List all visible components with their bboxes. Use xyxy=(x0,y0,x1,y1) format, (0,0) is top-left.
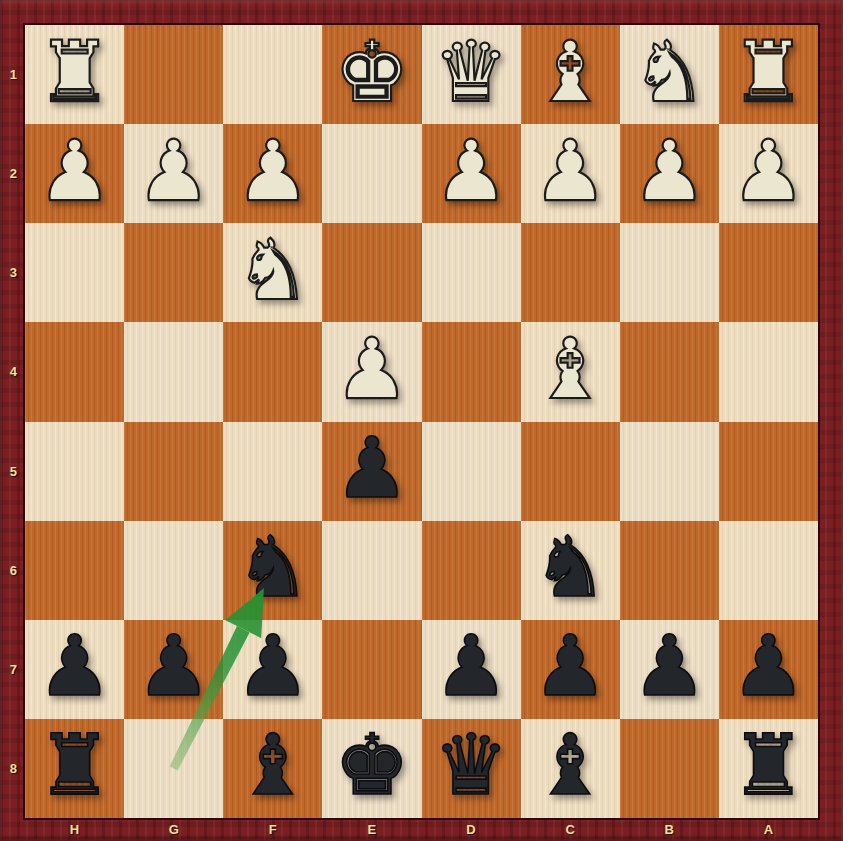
square-g3[interactable] xyxy=(124,223,223,322)
rank-label-7: 7 xyxy=(0,620,22,719)
white-rook[interactable]: ♜ xyxy=(731,30,806,114)
black-knight[interactable]: ♞ xyxy=(235,525,310,609)
square-d2[interactable]: ♟ xyxy=(422,124,521,223)
square-b8[interactable] xyxy=(620,719,719,818)
square-a6[interactable] xyxy=(719,521,818,620)
square-f5[interactable] xyxy=(223,422,322,521)
chess-board: ♜♚♛♝♞♜♟♟♟♟♟♟♟♞♟♝♟♞♞♟♟♟♟♟♟♟♜♝♚♛♝♜ xyxy=(25,25,818,818)
black-rook[interactable]: ♜ xyxy=(731,723,806,807)
rank-label-1: 1 xyxy=(0,25,22,124)
square-d7[interactable]: ♟ xyxy=(422,620,521,719)
rank-label-3: 3 xyxy=(0,223,22,322)
black-king[interactable]: ♚ xyxy=(334,723,409,807)
square-b7[interactable]: ♟ xyxy=(620,620,719,719)
square-a7[interactable]: ♟ xyxy=(719,620,818,719)
square-f6[interactable]: ♞ xyxy=(223,521,322,620)
black-pawn[interactable]: ♟ xyxy=(334,426,409,510)
square-b2[interactable]: ♟ xyxy=(620,124,719,223)
file-label-b: B xyxy=(620,818,719,841)
white-pawn[interactable]: ♟ xyxy=(533,129,608,213)
square-e7[interactable] xyxy=(322,620,421,719)
black-pawn[interactable]: ♟ xyxy=(37,624,112,708)
square-a8[interactable]: ♜ xyxy=(719,719,818,818)
square-e3[interactable] xyxy=(322,223,421,322)
rank-label-6: 6 xyxy=(0,521,22,620)
file-label-c: C xyxy=(521,818,620,841)
board-frame: ♜♚♛♝♞♜♟♟♟♟♟♟♟♞♟♝♟♞♞♟♟♟♟♟♟♟♜♝♚♛♝♜ 1234567… xyxy=(0,0,843,841)
square-a5[interactable] xyxy=(719,422,818,521)
black-pawn[interactable]: ♟ xyxy=(235,624,310,708)
file-labels: HGFEDCBA xyxy=(25,818,818,841)
square-b6[interactable] xyxy=(620,521,719,620)
rank-label-8: 8 xyxy=(0,719,22,818)
square-f8[interactable]: ♝ xyxy=(223,719,322,818)
square-h7[interactable]: ♟ xyxy=(25,620,124,719)
square-e5[interactable]: ♟ xyxy=(322,422,421,521)
square-d1[interactable]: ♛ xyxy=(422,25,521,124)
white-pawn[interactable]: ♟ xyxy=(433,129,508,213)
square-f2[interactable]: ♟ xyxy=(223,124,322,223)
square-c1[interactable]: ♝ xyxy=(521,25,620,124)
square-g6[interactable] xyxy=(124,521,223,620)
square-c2[interactable]: ♟ xyxy=(521,124,620,223)
file-label-e: E xyxy=(322,818,421,841)
square-g2[interactable]: ♟ xyxy=(124,124,223,223)
black-rook[interactable]: ♜ xyxy=(37,723,112,807)
square-d5[interactable] xyxy=(422,422,521,521)
white-rook[interactable]: ♜ xyxy=(37,30,112,114)
white-pawn[interactable]: ♟ xyxy=(235,129,310,213)
square-b4[interactable] xyxy=(620,322,719,421)
black-bishop[interactable]: ♝ xyxy=(235,723,310,807)
black-pawn[interactable]: ♟ xyxy=(533,624,608,708)
black-pawn[interactable]: ♟ xyxy=(136,624,211,708)
file-label-h: H xyxy=(25,818,124,841)
rank-label-5: 5 xyxy=(0,422,22,521)
square-c8[interactable]: ♝ xyxy=(521,719,620,818)
square-h5[interactable] xyxy=(25,422,124,521)
white-bishop[interactable]: ♝ xyxy=(533,30,608,114)
square-f7[interactable]: ♟ xyxy=(223,620,322,719)
white-pawn[interactable]: ♟ xyxy=(136,129,211,213)
square-g8[interactable] xyxy=(124,719,223,818)
white-bishop[interactable]: ♝ xyxy=(533,327,608,411)
square-f3[interactable]: ♞ xyxy=(223,223,322,322)
square-h3[interactable] xyxy=(25,223,124,322)
square-h1[interactable]: ♜ xyxy=(25,25,124,124)
square-h8[interactable]: ♜ xyxy=(25,719,124,818)
square-e8[interactable]: ♚ xyxy=(322,719,421,818)
white-knight[interactable]: ♞ xyxy=(235,228,310,312)
black-queen[interactable]: ♛ xyxy=(433,723,508,807)
square-c3[interactable] xyxy=(521,223,620,322)
rank-label-2: 2 xyxy=(0,124,22,223)
square-d4[interactable] xyxy=(422,322,521,421)
square-c5[interactable] xyxy=(521,422,620,521)
square-g5[interactable] xyxy=(124,422,223,521)
white-pawn[interactable]: ♟ xyxy=(632,129,707,213)
black-knight[interactable]: ♞ xyxy=(533,525,608,609)
square-g7[interactable]: ♟ xyxy=(124,620,223,719)
white-queen[interactable]: ♛ xyxy=(433,30,508,114)
black-pawn[interactable]: ♟ xyxy=(433,624,508,708)
square-h6[interactable] xyxy=(25,521,124,620)
white-pawn[interactable]: ♟ xyxy=(37,129,112,213)
square-c4[interactable]: ♝ xyxy=(521,322,620,421)
square-g4[interactable] xyxy=(124,322,223,421)
square-b1[interactable]: ♞ xyxy=(620,25,719,124)
file-label-g: G xyxy=(124,818,223,841)
square-c7[interactable]: ♟ xyxy=(521,620,620,719)
square-h2[interactable]: ♟ xyxy=(25,124,124,223)
square-e1[interactable]: ♚ xyxy=(322,25,421,124)
square-d6[interactable] xyxy=(422,521,521,620)
rank-label-4: 4 xyxy=(0,322,22,421)
white-king[interactable]: ♚ xyxy=(334,30,409,114)
file-label-a: A xyxy=(719,818,818,841)
square-e4[interactable]: ♟ xyxy=(322,322,421,421)
square-h4[interactable] xyxy=(25,322,124,421)
square-a3[interactable] xyxy=(719,223,818,322)
square-e2[interactable] xyxy=(322,124,421,223)
file-label-d: D xyxy=(422,818,521,841)
square-g1[interactable] xyxy=(124,25,223,124)
white-pawn[interactable]: ♟ xyxy=(334,327,409,411)
file-label-f: F xyxy=(223,818,322,841)
black-pawn[interactable]: ♟ xyxy=(632,624,707,708)
square-d3[interactable] xyxy=(422,223,521,322)
black-bishop[interactable]: ♝ xyxy=(533,723,608,807)
square-d8[interactable]: ♛ xyxy=(422,719,521,818)
square-e6[interactable] xyxy=(322,521,421,620)
square-b5[interactable] xyxy=(620,422,719,521)
black-pawn[interactable]: ♟ xyxy=(731,624,806,708)
square-c6[interactable]: ♞ xyxy=(521,521,620,620)
square-a4[interactable] xyxy=(719,322,818,421)
square-f4[interactable] xyxy=(223,322,322,421)
square-f1[interactable] xyxy=(223,25,322,124)
square-a1[interactable]: ♜ xyxy=(719,25,818,124)
white-pawn[interactable]: ♟ xyxy=(731,129,806,213)
square-b3[interactable] xyxy=(620,223,719,322)
square-a2[interactable]: ♟ xyxy=(719,124,818,223)
white-knight[interactable]: ♞ xyxy=(632,30,707,114)
